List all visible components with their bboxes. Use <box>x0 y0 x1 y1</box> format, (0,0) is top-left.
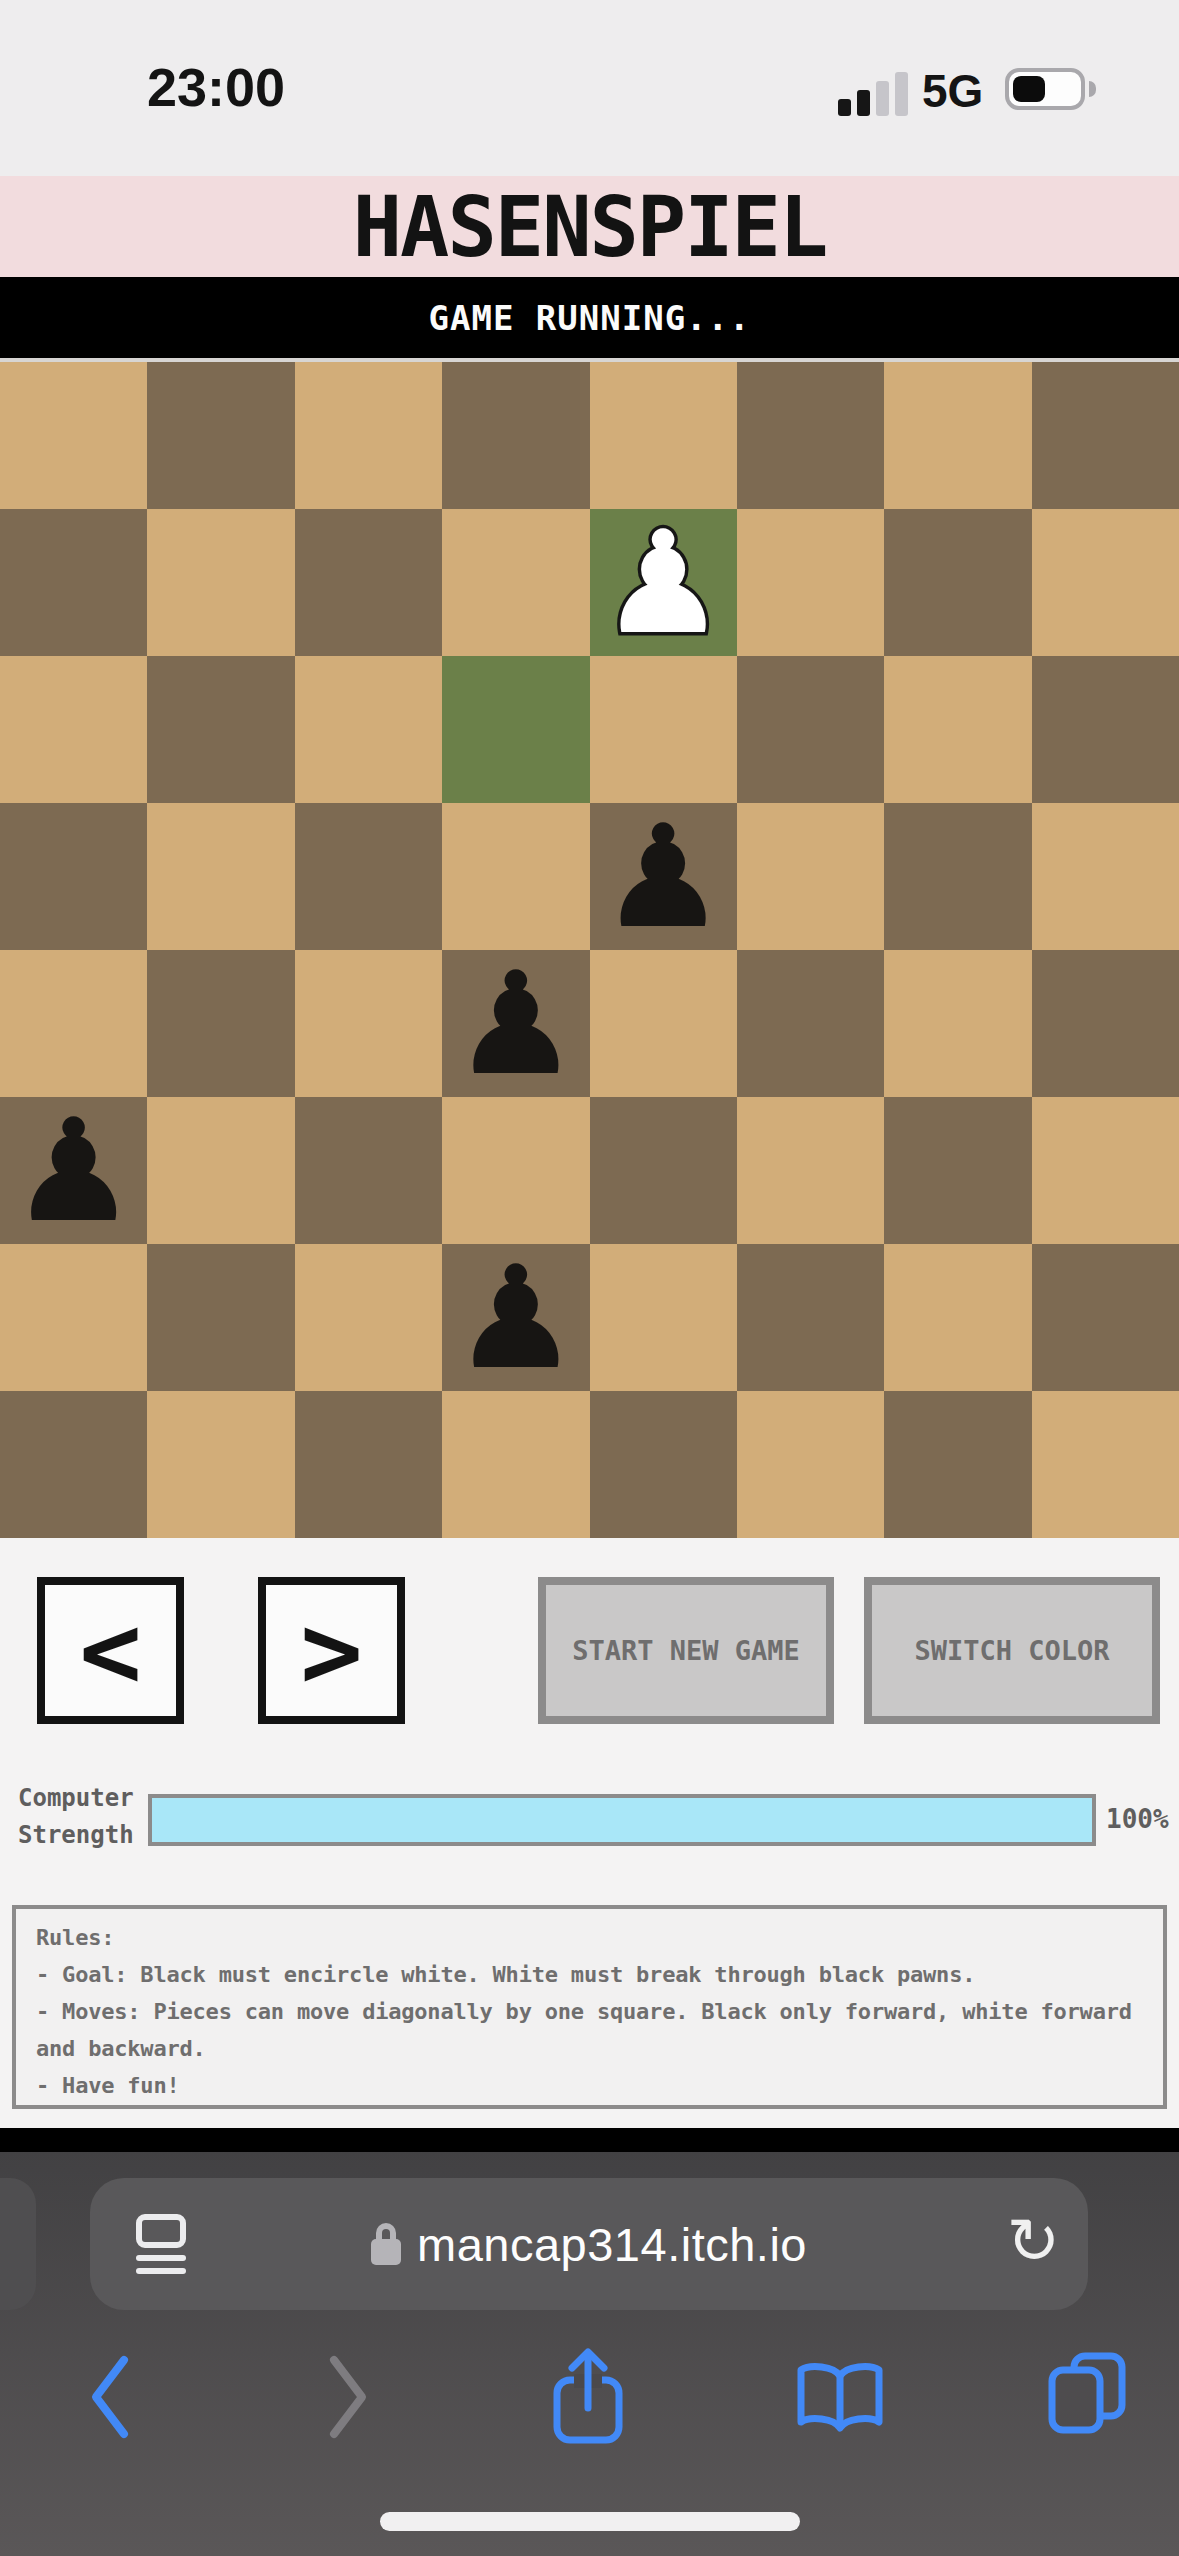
square-c7[interactable] <box>295 509 442 656</box>
square-b5[interactable] <box>147 803 294 950</box>
next-move-button[interactable]: > <box>258 1577 405 1724</box>
square-a4[interactable] <box>0 950 147 1097</box>
square-h3[interactable] <box>1032 1097 1179 1244</box>
square-d7[interactable] <box>442 509 589 656</box>
signal-bar <box>857 90 870 116</box>
square-b4[interactable] <box>147 950 294 1097</box>
square-b7[interactable] <box>147 509 294 656</box>
square-f6[interactable] <box>737 656 884 803</box>
square-h1[interactable] <box>1032 1391 1179 1538</box>
square-c6[interactable] <box>295 656 442 803</box>
square-f8[interactable] <box>737 362 884 509</box>
strength-fill <box>152 1798 1092 1842</box>
square-c1[interactable] <box>295 1391 442 1538</box>
square-h7[interactable] <box>1032 509 1179 656</box>
square-b2[interactable] <box>147 1244 294 1391</box>
square-e4[interactable] <box>590 950 737 1097</box>
square-g3[interactable] <box>884 1097 1031 1244</box>
square-d6[interactable] <box>442 656 589 803</box>
square-g8[interactable] <box>884 362 1031 509</box>
cellular-signal-icon <box>838 70 908 116</box>
square-d3[interactable] <box>442 1097 589 1244</box>
ios-status-bar: 23:00 5G <box>0 0 1179 176</box>
square-h6[interactable] <box>1032 656 1179 803</box>
start-new-game-button[interactable]: START NEW GAME <box>538 1577 834 1724</box>
rule-line: - Goal: Black must encircle white. White… <box>36 1956 1143 1993</box>
url-text: mancap314.itch.io <box>417 2217 807 2272</box>
square-f1[interactable] <box>737 1391 884 1538</box>
game-board: ♟♟♟♟♟ <box>0 362 1179 1538</box>
battery-fill <box>1013 76 1045 102</box>
page-format-line <box>136 2255 186 2261</box>
computer-strength-label: Computer Strength <box>18 1780 134 1854</box>
square-g1[interactable] <box>884 1391 1031 1538</box>
signal-bar <box>838 99 851 116</box>
square-h4[interactable] <box>1032 950 1179 1097</box>
battery-icon <box>1005 68 1085 110</box>
square-g6[interactable] <box>884 656 1031 803</box>
square-f2[interactable] <box>737 1244 884 1391</box>
black-pawn[interactable]: ♟ <box>452 1247 579 1389</box>
square-h2[interactable] <box>1032 1244 1179 1391</box>
signal-bar <box>895 72 908 116</box>
computer-strength-slider[interactable] <box>148 1794 1096 1846</box>
square-a7[interactable] <box>0 509 147 656</box>
title-band: HASENSPIEL <box>0 176 1179 277</box>
square-a5[interactable] <box>0 803 147 950</box>
switch-color-button[interactable]: SWITCH COLOR <box>864 1577 1160 1724</box>
black-pawn[interactable]: ♟ <box>10 1100 137 1242</box>
rules-box: Rules:- Goal: Black must encircle white.… <box>12 1905 1167 2109</box>
page-format-line <box>136 2268 186 2274</box>
battery-cap <box>1089 81 1096 97</box>
black-pawn[interactable]: ♟ <box>600 806 727 948</box>
rule-line: - Moves: Pieces can move diagonally by o… <box>36 1993 1143 2067</box>
bookmarks-button[interactable] <box>792 2360 888 2440</box>
address-bar[interactable]: mancap314.itch.io ↻ <box>90 2178 1088 2310</box>
square-f7[interactable] <box>737 509 884 656</box>
game-title: HASENSPIEL <box>353 178 827 275</box>
square-d8[interactable] <box>442 362 589 509</box>
page-format-icon[interactable] <box>136 2214 186 2274</box>
square-a1[interactable] <box>0 1391 147 1538</box>
square-a3[interactable]: ♟ <box>0 1097 147 1244</box>
square-c3[interactable] <box>295 1097 442 1244</box>
network-type-label: 5G <box>922 64 983 118</box>
square-c2[interactable] <box>295 1244 442 1391</box>
game-status-text: GAME RUNNING... <box>428 298 750 338</box>
square-g4[interactable] <box>884 950 1031 1097</box>
square-e8[interactable] <box>590 362 737 509</box>
square-e1[interactable] <box>590 1391 737 1538</box>
safari-toolbar: mancap314.itch.io ↻ <box>0 2152 1179 2556</box>
square-e5[interactable]: ♟ <box>590 803 737 950</box>
square-f3[interactable] <box>737 1097 884 1244</box>
square-b1[interactable] <box>147 1391 294 1538</box>
reload-button[interactable]: ↻ <box>1006 2204 1060 2278</box>
square-g5[interactable] <box>884 803 1031 950</box>
square-d4[interactable]: ♟ <box>442 950 589 1097</box>
back-button[interactable] <box>84 2352 138 2442</box>
square-g7[interactable] <box>884 509 1031 656</box>
home-indicator[interactable] <box>380 2512 800 2531</box>
signal-bar <box>876 81 889 116</box>
clock: 23:00 <box>147 56 285 118</box>
lock-icon <box>371 2223 401 2265</box>
strength-percent-label: 100% <box>1106 1804 1169 1834</box>
square-g2[interactable] <box>884 1244 1031 1391</box>
square-c4[interactable] <box>295 950 442 1097</box>
square-a2[interactable] <box>0 1244 147 1391</box>
square-e3[interactable] <box>590 1097 737 1244</box>
square-f4[interactable] <box>737 950 884 1097</box>
square-a8[interactable] <box>0 362 147 509</box>
white-pawn[interactable]: ♟ <box>600 512 727 654</box>
rule-line: - Have fun! <box>36 2067 1143 2104</box>
square-b3[interactable] <box>147 1097 294 1244</box>
share-button[interactable] <box>544 2344 632 2448</box>
rule-line: Rules: <box>36 1919 1143 1956</box>
square-b8[interactable] <box>147 362 294 509</box>
forward-button[interactable] <box>320 2352 374 2442</box>
start-new-game-label: START NEW GAME <box>572 1635 800 1666</box>
page-format-screen <box>136 2214 186 2248</box>
square-h8[interactable] <box>1032 362 1179 509</box>
page-bottom-strip <box>0 2128 1179 2152</box>
square-e7[interactable]: ♟ <box>590 509 737 656</box>
square-d2[interactable]: ♟ <box>442 1244 589 1391</box>
square-d1[interactable] <box>442 1391 589 1538</box>
chevron-left-icon: < <box>79 1590 142 1712</box>
square-f5[interactable] <box>737 803 884 950</box>
controls-panel: < > START NEW GAME SWITCH COLOR Computer… <box>0 1538 1179 2128</box>
adjacent-tab-edge[interactable] <box>0 2178 36 2310</box>
square-b6[interactable] <box>147 656 294 803</box>
previous-move-button[interactable]: < <box>37 1577 184 1724</box>
status-banner: GAME RUNNING... <box>0 277 1179 358</box>
square-c8[interactable] <box>295 362 442 509</box>
square-h5[interactable] <box>1032 803 1179 950</box>
square-a6[interactable] <box>0 656 147 803</box>
square-e6[interactable] <box>590 656 737 803</box>
square-c5[interactable] <box>295 803 442 950</box>
black-pawn[interactable]: ♟ <box>452 953 579 1095</box>
tabs-button[interactable] <box>1042 2350 1132 2438</box>
square-d5[interactable] <box>442 803 589 950</box>
square-e2[interactable] <box>590 1244 737 1391</box>
switch-color-label: SWITCH COLOR <box>914 1635 1109 1666</box>
chevron-right-icon: > <box>300 1590 363 1712</box>
